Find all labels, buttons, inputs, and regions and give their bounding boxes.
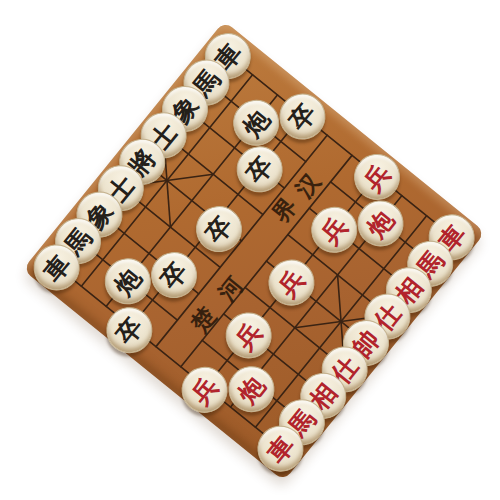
black-cannon-1-glyph: 炮 — [239, 105, 274, 140]
red-soldier-5-glyph: 兵 — [187, 372, 222, 407]
red-soldier-4-glyph: 兵 — [231, 318, 266, 353]
black-soldier-3-glyph: 卒 — [201, 212, 236, 247]
xiangqi-board-mat: 汉界河楚 車卒兵車馬炮炮馬象卒兵相士仕將卒兵帥士仕象卒兵相馬炮炮馬車卒兵車 — [23, 21, 486, 481]
red-soldier-4[interactable]: 兵 — [216, 303, 281, 368]
product-photo-scene: 汉界河楚 車卒兵車馬炮炮馬象卒兵相士仕將卒兵帥士仕象卒兵相馬炮炮馬車卒兵車 — [0, 0, 500, 500]
red-cannon-2-glyph: 炮 — [234, 372, 269, 407]
red-cannon-1-glyph: 炮 — [363, 206, 398, 241]
black-soldier-4[interactable]: 卒 — [142, 243, 207, 308]
red-soldier-1-glyph: 兵 — [359, 159, 394, 194]
red-soldier-5[interactable]: 兵 — [172, 358, 237, 423]
black-soldier-3[interactable]: 卒 — [187, 197, 252, 262]
black-soldier-2-glyph: 卒 — [242, 152, 277, 187]
red-soldier-3-glyph: 兵 — [274, 265, 309, 300]
red-cannon-1[interactable]: 炮 — [348, 191, 413, 256]
red-soldier-2[interactable]: 兵 — [302, 197, 367, 262]
black-cannon-2[interactable]: 炮 — [95, 249, 160, 314]
black-soldier-1[interactable]: 卒 — [270, 84, 335, 149]
black-soldier-5-glyph: 卒 — [112, 313, 147, 348]
red-cannon-2[interactable]: 炮 — [219, 357, 284, 422]
red-chariot-2-glyph: 車 — [263, 431, 298, 466]
black-soldier-1-glyph: 卒 — [285, 99, 320, 134]
black-chariot-2-glyph: 車 — [39, 250, 74, 285]
black-cannon-2-glyph: 炮 — [110, 264, 145, 299]
black-soldier-2[interactable]: 卒 — [227, 137, 292, 202]
red-soldier-2-glyph: 兵 — [317, 212, 352, 247]
pieces-layer: 車卒兵車馬炮炮馬象卒兵相士仕將卒兵帥士仕象卒兵相馬炮炮馬車卒兵車 — [57, 55, 452, 448]
red-soldier-3[interactable]: 兵 — [259, 250, 324, 315]
black-soldier-4-glyph: 卒 — [156, 257, 191, 292]
